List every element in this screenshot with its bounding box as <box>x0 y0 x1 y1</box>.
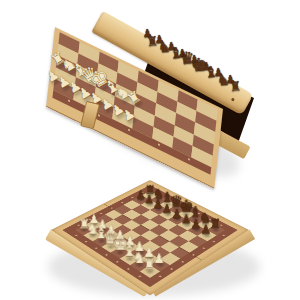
folded-border-dot <box>158 143 160 146</box>
border-dot <box>116 261 119 263</box>
folded-chess-box: ♜♞♝♛♚♝♞♜♟♟♟♟♟♟♟♟ ♟♟♟♟♟♟♟♟♜♞♝♛♚♝♞♜ <box>0 0 300 160</box>
border-dot <box>170 268 173 270</box>
product-photo: ♜♞♝♛♚♝♞♜♟♟♟♟♟♟♟♟ ♟♟♟♟♟♟♟♟♜♞♝♛♚♝♞♜ ♜♞♝♛♚♝… <box>0 0 300 300</box>
border-dot <box>75 234 78 236</box>
open-chess-board: ♜♞♝♛♚♝♞♜♟♟♟♟♟♟♟♟♟♟♟♟♟♟♟♟♜♞♝♛♚♝♞♜ <box>0 150 300 300</box>
folded-border-dot <box>98 114 100 117</box>
border-dot <box>222 234 225 236</box>
border-dot <box>95 247 98 249</box>
white-rook-h1: ♜ <box>135 257 164 271</box>
border-dot <box>139 275 142 277</box>
border-dot <box>192 254 195 256</box>
border-dot <box>181 261 184 263</box>
border-dot <box>202 247 205 249</box>
folded-border-dot <box>128 129 130 132</box>
dark-pawn-h7: ♟ <box>193 224 219 236</box>
border-dot <box>212 241 215 243</box>
folded-border-dot <box>68 99 70 102</box>
border-dot <box>127 268 130 270</box>
border-dot <box>105 254 108 256</box>
border-dot <box>158 275 161 277</box>
screw-dot <box>231 98 235 102</box>
